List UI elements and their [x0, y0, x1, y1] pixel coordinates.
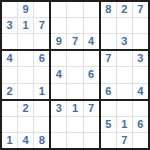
- given-digit: 1: [72, 103, 78, 114]
- cell-r9c2[interactable]: 4: [18, 133, 33, 148]
- cell-r7c2[interactable]: 2: [18, 101, 33, 116]
- given-digit: 3: [121, 36, 127, 47]
- box-8: 317: [51, 101, 98, 148]
- given-digit: 1: [121, 119, 127, 130]
- given-digit: 7: [39, 20, 45, 31]
- cell-r8c6[interactable]: [84, 117, 99, 132]
- cell-r9c8[interactable]: 7: [117, 133, 132, 148]
- cell-r6c5[interactable]: [67, 84, 82, 99]
- cell-r7c3[interactable]: [34, 101, 49, 116]
- given-digit: 4: [137, 86, 143, 97]
- cell-r8c4[interactable]: [51, 117, 66, 132]
- given-digit: 6: [137, 119, 143, 130]
- cell-r5c7[interactable]: [101, 67, 116, 82]
- box-3: 8273: [101, 2, 148, 49]
- cell-r4c7[interactable]: 7: [101, 51, 116, 66]
- cell-r3c7[interactable]: [101, 34, 116, 49]
- cell-r7c1[interactable]: [2, 101, 17, 116]
- cell-r5c4[interactable]: 4: [51, 67, 66, 82]
- cell-r8c9[interactable]: 6: [133, 117, 148, 132]
- given-digit: 8: [39, 135, 45, 146]
- cell-r2c1[interactable]: 3: [2, 18, 17, 33]
- cell-r3c1[interactable]: [2, 34, 17, 49]
- cell-r9c6[interactable]: [84, 133, 99, 148]
- cell-r2c2[interactable]: 1: [18, 18, 33, 33]
- cell-r5c2[interactable]: [18, 67, 33, 82]
- cell-r7c8[interactable]: [117, 101, 132, 116]
- cell-r6c2[interactable]: [18, 84, 33, 99]
- given-digit: 1: [6, 135, 12, 146]
- cell-r5c3[interactable]: [34, 67, 49, 82]
- cell-r2c6[interactable]: [84, 18, 99, 33]
- given-digit: 5: [105, 119, 111, 130]
- given-digit: 2: [121, 4, 127, 15]
- box-2: 974: [51, 2, 98, 49]
- cell-r4c1[interactable]: 4: [2, 51, 17, 66]
- given-digit: 1: [23, 20, 29, 31]
- given-digit: 4: [6, 53, 12, 64]
- cell-r7c4[interactable]: 3: [51, 101, 66, 116]
- cell-r4c6[interactable]: [84, 51, 99, 66]
- cell-r3c3[interactable]: [34, 34, 49, 49]
- given-digit: 9: [56, 36, 62, 47]
- cell-r9c7[interactable]: [101, 133, 116, 148]
- box-9: 5167: [101, 101, 148, 148]
- cell-r7c5[interactable]: 1: [67, 101, 82, 116]
- box-6: 7364: [101, 51, 148, 98]
- cell-r2c7[interactable]: [101, 18, 116, 33]
- cell-r2c9[interactable]: [133, 18, 148, 33]
- cell-r6c7[interactable]: 6: [101, 84, 116, 99]
- cell-r9c4[interactable]: [51, 133, 66, 148]
- cell-r1c2[interactable]: 9: [18, 2, 33, 17]
- given-digit: 7: [88, 103, 94, 114]
- cell-r3c6[interactable]: 4: [84, 34, 99, 49]
- given-digit: 6: [39, 53, 45, 64]
- cell-r6c3[interactable]: 1: [34, 84, 49, 99]
- cell-r4c5[interactable]: [67, 51, 82, 66]
- cell-r4c9[interactable]: 3: [133, 51, 148, 66]
- given-digit: 7: [121, 135, 127, 146]
- cell-r5c5[interactable]: [67, 67, 82, 82]
- cell-r9c1[interactable]: 1: [2, 133, 17, 148]
- box-1: 9317: [2, 2, 49, 49]
- cell-r6c8[interactable]: [117, 84, 132, 99]
- cell-r3c5[interactable]: 7: [67, 34, 82, 49]
- given-digit: 6: [105, 86, 111, 97]
- box-5: 46: [51, 51, 98, 98]
- given-digit: 8: [105, 4, 111, 15]
- cell-r5c8[interactable]: [117, 67, 132, 82]
- cell-r1c1[interactable]: [2, 2, 17, 17]
- cell-r3c8[interactable]: 3: [117, 34, 132, 49]
- sudoku-board: 93179748273462146736421483175167: [0, 0, 150, 150]
- cell-r1c7[interactable]: 8: [101, 2, 116, 17]
- cell-r4c3[interactable]: 6: [34, 51, 49, 66]
- given-digit: 1: [39, 86, 45, 97]
- given-digit: 4: [23, 135, 29, 146]
- cell-r1c8[interactable]: 2: [117, 2, 132, 17]
- given-digit: 7: [105, 53, 111, 64]
- cell-r7c6[interactable]: 7: [84, 101, 99, 116]
- given-digit: 6: [88, 69, 94, 80]
- cell-r2c8[interactable]: [117, 18, 132, 33]
- cell-r7c7[interactable]: [101, 101, 116, 116]
- cell-r8c2[interactable]: [18, 117, 33, 132]
- cell-r8c7[interactable]: 5: [101, 117, 116, 132]
- box-7: 2148: [2, 101, 49, 148]
- cell-r2c3[interactable]: 7: [34, 18, 49, 33]
- cell-r5c9[interactable]: [133, 67, 148, 82]
- given-digit: 9: [23, 4, 29, 15]
- cell-r9c5[interactable]: [67, 133, 82, 148]
- cell-r1c6[interactable]: [84, 2, 99, 17]
- given-digit: 2: [23, 103, 29, 114]
- cell-r1c3[interactable]: [34, 2, 49, 17]
- cell-r1c9[interactable]: 7: [133, 2, 148, 17]
- cell-r2c5[interactable]: [67, 18, 82, 33]
- cell-r4c8[interactable]: [117, 51, 132, 66]
- cell-r9c9[interactable]: [133, 133, 148, 148]
- cell-r6c6[interactable]: [84, 84, 99, 99]
- cell-r5c6[interactable]: 6: [84, 67, 99, 82]
- cell-r8c8[interactable]: 1: [117, 117, 132, 132]
- cell-r1c4[interactable]: [51, 2, 66, 17]
- cell-r8c5[interactable]: [67, 117, 82, 132]
- cell-r6c9[interactable]: 4: [133, 84, 148, 99]
- given-digit: 3: [56, 103, 62, 114]
- cell-r2c4[interactable]: [51, 18, 66, 33]
- given-digit: 3: [137, 53, 143, 64]
- cell-r9c3[interactable]: 8: [34, 133, 49, 148]
- box-4: 4621: [2, 51, 49, 98]
- given-digit: 4: [56, 69, 62, 80]
- cell-r6c1[interactable]: 2: [2, 84, 17, 99]
- cell-r1c5[interactable]: [67, 2, 82, 17]
- given-digit: 2: [6, 86, 12, 97]
- given-digit: 7: [72, 36, 78, 47]
- cell-r3c4[interactable]: 9: [51, 34, 66, 49]
- cell-r8c1[interactable]: [2, 117, 17, 132]
- cell-r6c4[interactable]: [51, 84, 66, 99]
- cell-r3c2[interactable]: [18, 34, 33, 49]
- cell-r8c3[interactable]: [34, 117, 49, 132]
- given-digit: 7: [137, 4, 143, 15]
- cell-r4c2[interactable]: [18, 51, 33, 66]
- cell-r3c9[interactable]: [133, 34, 148, 49]
- given-digit: 4: [88, 36, 94, 47]
- cell-r7c9[interactable]: [133, 101, 148, 116]
- cell-r5c1[interactable]: [2, 67, 17, 82]
- given-digit: 3: [6, 20, 12, 31]
- cell-r4c4[interactable]: [51, 51, 66, 66]
